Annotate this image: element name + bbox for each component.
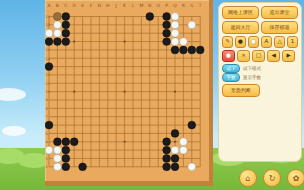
black-stone: [54, 38, 62, 46]
column-label: M: [139, 3, 143, 8]
white-stone-tool[interactable]: ●: [248, 36, 259, 48]
column-label: Q: [173, 3, 177, 8]
row-label: 5: [46, 132, 48, 136]
toggle-pill-button[interactable]: 手数: [222, 73, 240, 82]
black-stone: [188, 121, 196, 129]
black-stone: [45, 38, 53, 46]
white-stone: [171, 21, 179, 29]
row-label: 19: [46, 15, 50, 19]
white-stone: [54, 155, 62, 163]
white-stone: [171, 38, 179, 46]
white-stone: [54, 29, 62, 37]
column-label: A: [47, 3, 51, 8]
column-label: O: [156, 3, 160, 8]
black-stone: [171, 46, 179, 54]
row-label: 12: [46, 73, 50, 77]
column-label: E: [81, 3, 84, 8]
go-board-grid[interactable]: ABCDEFGHJKLMNOPQRST191817161514131211109…: [45, 0, 213, 186]
row-label: 18: [46, 23, 50, 27]
black-stone: [54, 138, 62, 146]
white-stone: [45, 29, 53, 37]
white-stone: [171, 29, 179, 37]
white-stone: [180, 146, 188, 154]
side-panel: 网络上课区 退出课堂 返回大厅 保存棋谱 ✎●●A△1 ●×□◀▶ 试下试下模式…: [218, 2, 302, 162]
row-label: 1: [46, 165, 48, 169]
save-record-button[interactable]: 保存棋谱: [261, 21, 298, 34]
marker-toolbar-row2: ●×□◀▶: [222, 50, 298, 62]
decor-flower-button[interactable]: ✿: [287, 169, 304, 187]
row-label: 11: [46, 82, 50, 86]
star-point: [73, 40, 75, 42]
black-stone: [171, 155, 179, 163]
white-stone: [188, 21, 196, 29]
white-stone: [171, 146, 179, 154]
row-label: 9: [46, 98, 48, 102]
black-stone: [62, 29, 70, 37]
black-stone: [188, 46, 196, 54]
marker-toolbar-row1: ✎●●A△1: [222, 36, 298, 48]
row-label: 7: [46, 115, 48, 119]
black-stone: [62, 21, 70, 29]
column-label: S: [190, 3, 193, 8]
black-stone: [79, 163, 87, 171]
restart-button[interactable]: ↻: [263, 169, 281, 187]
home-button[interactable]: ⌂: [239, 169, 257, 187]
row-label: 10: [46, 90, 50, 94]
row-label: 15: [46, 48, 50, 52]
column-label: K: [123, 3, 127, 8]
black-stone: [171, 130, 179, 138]
territory-count-button[interactable]: 形势判断: [222, 84, 260, 97]
black-stone: [45, 63, 53, 71]
step-forward-tool[interactable]: ▶: [282, 50, 295, 62]
go-board[interactable]: ABCDEFGHJKLMNOPQRST191817161514131211109…: [45, 0, 213, 186]
black-stone: [146, 13, 154, 21]
white-stone: [188, 163, 196, 171]
cloud-decoration: [0, 88, 26, 101]
row-label: 4: [46, 140, 49, 144]
column-label: L: [132, 3, 135, 8]
row-label: 8: [46, 107, 48, 111]
star-point: [124, 141, 126, 143]
black-stone: [62, 38, 70, 46]
step-back-tool[interactable]: ◀: [267, 50, 280, 62]
black-stone: [163, 13, 171, 21]
toggle-label: 显示手数: [243, 75, 261, 80]
toggle-row: 手数显示手数: [222, 73, 298, 82]
toggle-pill-button[interactable]: 试下: [222, 64, 240, 73]
black-stone: [62, 155, 70, 163]
column-label: H: [106, 3, 109, 8]
column-label: C: [64, 3, 67, 8]
black-stone: [62, 138, 70, 146]
go-app-window: ABCDEFGHJKLMNOPQRST191817161514131211109…: [0, 0, 304, 190]
toggle-label: 试下模式: [243, 66, 261, 71]
black-stone: [62, 163, 70, 171]
white-stone: [171, 13, 179, 21]
white-stone: [180, 38, 188, 46]
black-stone: [70, 138, 78, 146]
toggle-row: 试下试下模式: [222, 64, 298, 73]
column-label: G: [98, 3, 102, 8]
number-marker-tool[interactable]: 1: [287, 36, 298, 48]
white-stone: [180, 138, 188, 146]
star-point: [174, 141, 176, 143]
star-point: [73, 91, 75, 93]
cloud-decoration: [2, 126, 26, 136]
triangle-marker-tool[interactable]: △: [274, 36, 285, 48]
black-stone: [180, 46, 188, 54]
column-label: B: [56, 3, 59, 8]
white-stone: [54, 21, 62, 29]
black-stone: [171, 163, 179, 171]
white-stone: [45, 146, 53, 154]
black-stone: [163, 138, 171, 146]
classroom-button[interactable]: 网络上课区: [222, 6, 259, 19]
row-label: 2: [46, 157, 48, 161]
exit-class-button[interactable]: 退出课堂: [261, 6, 298, 19]
pencil-tool[interactable]: ✎: [222, 36, 233, 48]
column-label: T: [198, 3, 202, 8]
back-to-lobby-button[interactable]: 返回大厅: [222, 21, 259, 34]
row-label: 14: [46, 57, 51, 61]
column-label: R: [182, 3, 185, 8]
black-stone: [163, 146, 171, 154]
star-point: [124, 40, 126, 42]
marked-last-move-stone: [54, 13, 62, 21]
white-stone: [54, 146, 62, 154]
column-label: P: [165, 3, 168, 8]
black-stone: [163, 155, 171, 163]
toggle-rows: 试下试下模式手数显示手数: [222, 64, 298, 82]
star-point: [174, 91, 176, 93]
bottom-round-buttons: ⌂↻✿: [239, 169, 304, 187]
column-label: D: [72, 3, 76, 8]
black-stone: [163, 163, 171, 171]
black-stone: [163, 29, 171, 37]
column-label: N: [148, 3, 151, 8]
black-stone: [163, 38, 171, 46]
black-stone: [62, 13, 70, 21]
black-stone-tool[interactable]: ●: [235, 36, 246, 48]
square-marker-tool[interactable]: □: [252, 50, 265, 62]
black-stone: [196, 46, 204, 54]
star-point: [124, 91, 126, 93]
white-stone: [54, 163, 62, 171]
black-stone: [62, 146, 70, 154]
column-label: J: [115, 3, 117, 8]
letter-marker-tool[interactable]: A: [261, 36, 272, 48]
delete-marker-tool[interactable]: ×: [237, 50, 250, 62]
record-tool[interactable]: ●: [222, 50, 235, 62]
column-label: F: [90, 3, 93, 8]
black-stone: [45, 121, 53, 129]
black-stone: [163, 21, 171, 29]
